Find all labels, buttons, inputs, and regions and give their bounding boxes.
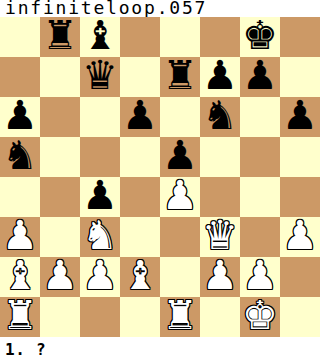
- square-b7[interactable]: [40, 57, 80, 97]
- white-pawn[interactable]: ♟: [282, 217, 318, 255]
- square-c4[interactable]: ♟: [80, 177, 120, 217]
- black-pawn[interactable]: ♟: [82, 177, 118, 215]
- square-d1[interactable]: [120, 297, 160, 337]
- black-pawn[interactable]: ♟: [2, 97, 38, 135]
- white-queen[interactable]: ♛: [202, 217, 238, 255]
- black-pawn[interactable]: ♟: [202, 57, 238, 95]
- black-pawn[interactable]: ♟: [122, 97, 158, 135]
- white-bishop[interactable]: ♝: [122, 257, 158, 295]
- square-f8[interactable]: [200, 17, 240, 57]
- square-f7[interactable]: ♟: [200, 57, 240, 97]
- square-b5[interactable]: [40, 137, 80, 177]
- square-e8[interactable]: [160, 17, 200, 57]
- white-rook[interactable]: ♜: [2, 297, 38, 335]
- black-pawn[interactable]: ♟: [162, 137, 198, 175]
- white-bishop[interactable]: ♝: [2, 257, 38, 295]
- square-h3[interactable]: ♟: [280, 217, 320, 257]
- square-g6[interactable]: [240, 97, 280, 137]
- puzzle-title: infiniteloop.057: [0, 0, 320, 17]
- square-g7[interactable]: ♟: [240, 57, 280, 97]
- white-pawn[interactable]: ♟: [82, 257, 118, 295]
- white-pawn[interactable]: ♟: [42, 257, 78, 295]
- white-king[interactable]: ♚: [242, 297, 278, 335]
- black-pawn[interactable]: ♟: [282, 97, 318, 135]
- black-bishop[interactable]: ♝: [82, 17, 118, 55]
- white-pawn[interactable]: ♟: [2, 217, 38, 255]
- square-e5[interactable]: ♟: [160, 137, 200, 177]
- square-c7[interactable]: ♛: [80, 57, 120, 97]
- square-g8[interactable]: ♚: [240, 17, 280, 57]
- black-knight[interactable]: ♞: [202, 97, 238, 135]
- white-pawn[interactable]: ♟: [202, 257, 238, 295]
- square-e1[interactable]: ♜: [160, 297, 200, 337]
- white-pawn[interactable]: ♟: [242, 257, 278, 295]
- square-c1[interactable]: [80, 297, 120, 337]
- square-a2[interactable]: ♝: [0, 257, 40, 297]
- square-f2[interactable]: ♟: [200, 257, 240, 297]
- square-b1[interactable]: [40, 297, 80, 337]
- square-e2[interactable]: [160, 257, 200, 297]
- black-queen[interactable]: ♛: [82, 57, 118, 95]
- square-c8[interactable]: ♝: [80, 17, 120, 57]
- square-d3[interactable]: [120, 217, 160, 257]
- chess-board: ♜♝♚♛♜♟♟♟♟♞♟♞♟♟♟♟♞♛♟♝♟♟♝♟♟♜♜♚: [0, 17, 320, 337]
- square-c5[interactable]: [80, 137, 120, 177]
- square-a7[interactable]: [0, 57, 40, 97]
- black-rook[interactable]: ♜: [162, 57, 198, 95]
- square-c3[interactable]: ♞: [80, 217, 120, 257]
- square-g4[interactable]: [240, 177, 280, 217]
- square-h2[interactable]: [280, 257, 320, 297]
- square-a4[interactable]: [0, 177, 40, 217]
- square-e6[interactable]: [160, 97, 200, 137]
- square-f6[interactable]: ♞: [200, 97, 240, 137]
- square-b3[interactable]: [40, 217, 80, 257]
- move-prompt: 1. ?: [0, 337, 320, 360]
- black-pawn[interactable]: ♟: [242, 57, 278, 95]
- square-b6[interactable]: [40, 97, 80, 137]
- square-a3[interactable]: ♟: [0, 217, 40, 257]
- white-knight[interactable]: ♞: [82, 217, 118, 255]
- square-d2[interactable]: ♝: [120, 257, 160, 297]
- square-e3[interactable]: [160, 217, 200, 257]
- square-f4[interactable]: [200, 177, 240, 217]
- square-g5[interactable]: [240, 137, 280, 177]
- white-rook[interactable]: ♜: [162, 297, 198, 335]
- black-rook[interactable]: ♜: [42, 17, 78, 55]
- square-b4[interactable]: [40, 177, 80, 217]
- square-a8[interactable]: [0, 17, 40, 57]
- square-d5[interactable]: [120, 137, 160, 177]
- square-d4[interactable]: [120, 177, 160, 217]
- square-g2[interactable]: ♟: [240, 257, 280, 297]
- square-e7[interactable]: ♜: [160, 57, 200, 97]
- square-f3[interactable]: ♛: [200, 217, 240, 257]
- square-b8[interactable]: ♜: [40, 17, 80, 57]
- square-d6[interactable]: ♟: [120, 97, 160, 137]
- square-a1[interactable]: ♜: [0, 297, 40, 337]
- square-d8[interactable]: [120, 17, 160, 57]
- square-g1[interactable]: ♚: [240, 297, 280, 337]
- square-h1[interactable]: [280, 297, 320, 337]
- black-king[interactable]: ♚: [242, 17, 278, 55]
- square-d7[interactable]: [120, 57, 160, 97]
- square-h7[interactable]: [280, 57, 320, 97]
- square-f1[interactable]: [200, 297, 240, 337]
- black-knight[interactable]: ♞: [2, 137, 38, 175]
- square-g3[interactable]: [240, 217, 280, 257]
- square-h8[interactable]: [280, 17, 320, 57]
- square-h4[interactable]: [280, 177, 320, 217]
- square-h6[interactable]: ♟: [280, 97, 320, 137]
- square-c6[interactable]: [80, 97, 120, 137]
- square-f5[interactable]: [200, 137, 240, 177]
- square-a5[interactable]: ♞: [0, 137, 40, 177]
- square-c2[interactable]: ♟: [80, 257, 120, 297]
- square-a6[interactable]: ♟: [0, 97, 40, 137]
- square-b2[interactable]: ♟: [40, 257, 80, 297]
- square-e4[interactable]: ♟: [160, 177, 200, 217]
- square-h5[interactable]: [280, 137, 320, 177]
- white-pawn[interactable]: ♟: [162, 177, 198, 215]
